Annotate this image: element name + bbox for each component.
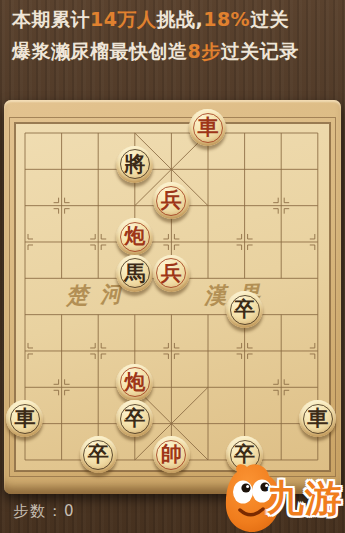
piece-帥-red[interactable]: 帥 [153, 436, 190, 473]
record-prefix: 爆浆濑尿榴最快创造 [12, 40, 188, 62]
step-counter: 步数：0 [13, 502, 76, 521]
piece-glyph: 炮 [124, 371, 145, 392]
stats-challengers: 14万人 [90, 8, 156, 30]
piece-兵-red[interactable]: 兵 [153, 182, 190, 219]
piece-glyph: 車 [197, 116, 218, 137]
piece-兵-red[interactable]: 兵 [153, 255, 190, 292]
piece-卒-black[interactable]: 卒 [226, 291, 263, 328]
record-line: 爆浆濑尿榴最快创造8步过关记录 [12, 39, 299, 65]
record-steps: 8步 [188, 40, 221, 62]
piece-glyph: 帥 [161, 443, 182, 464]
piece-將-black[interactable]: 將 [116, 146, 153, 183]
piece-glyph: 卒 [234, 298, 255, 319]
stats-mid: 挑战, [156, 8, 203, 30]
jiuyou-logo-text: 九游 [267, 474, 343, 524]
piece-炮-red[interactable]: 炮 [116, 364, 153, 401]
xiangqi-board[interactable]: 楚河 漢界 車將兵炮馬兵卒炮車卒車卒帥卒 [4, 100, 341, 494]
pieces-layer: 車將兵炮馬兵卒炮車卒車卒帥卒 [7, 115, 336, 478]
piece-glyph: 卒 [88, 443, 109, 464]
piece-glyph: 馬 [124, 262, 145, 283]
stats-prefix: 本期累计 [12, 8, 90, 30]
record-suffix: 过关记录 [221, 40, 299, 62]
stats-pass-rate: 18% [203, 8, 250, 30]
challenge-stats-line: 本期累计14万人挑战,18%过关 [12, 7, 289, 33]
piece-glyph: 兵 [161, 262, 182, 283]
piece-glyph: 炮 [124, 225, 145, 246]
piece-炮-red[interactable]: 炮 [116, 218, 153, 255]
piece-glyph: 車 [307, 407, 328, 428]
step-counter-value: 0 [64, 502, 76, 520]
xiangqi-puzzle-screen: 本期累计14万人挑战,18%过关 爆浆濑尿榴最快创造8步过关记录 楚河 漢界 車… [0, 0, 345, 533]
piece-glyph: 兵 [161, 189, 182, 210]
piece-glyph: 將 [124, 153, 145, 174]
piece-馬-black[interactable]: 馬 [116, 255, 153, 292]
piece-卒-black[interactable]: 卒 [80, 436, 117, 473]
piece-車-black[interactable]: 車 [299, 400, 336, 437]
piece-車-red[interactable]: 車 [189, 109, 226, 146]
piece-glyph: 卒 [124, 407, 145, 428]
jiuyou-logo[interactable]: 九游 [223, 462, 345, 533]
step-counter-label: 步数： [13, 502, 64, 520]
piece-車-black[interactable]: 車 [6, 400, 43, 437]
piece-glyph: 車 [14, 407, 35, 428]
piece-卒-black[interactable]: 卒 [116, 400, 153, 437]
stats-suffix: 过关 [250, 8, 289, 30]
